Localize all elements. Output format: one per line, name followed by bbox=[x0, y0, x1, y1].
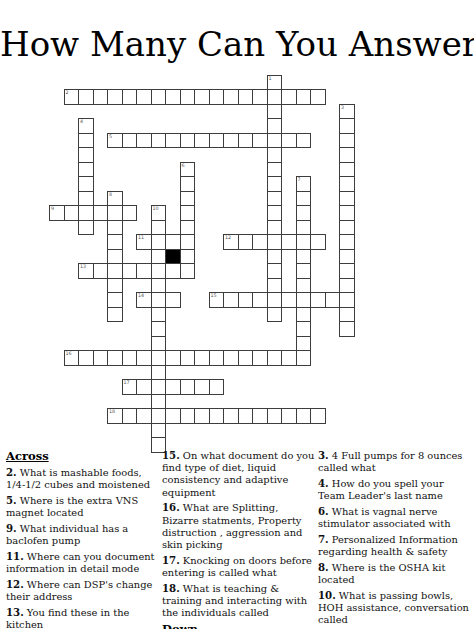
clue-number-4: 4. bbox=[318, 477, 329, 489]
cell-r1c7[interactable] bbox=[151, 89, 167, 105]
cell-r8c9[interactable] bbox=[180, 191, 196, 207]
clue-number-13: 13. bbox=[6, 606, 24, 618]
cell-number-9: 9 bbox=[51, 206, 54, 211]
cell-r13c5[interactable] bbox=[122, 263, 138, 279]
cell-r21c8[interactable] bbox=[165, 379, 181, 395]
cell-r23c13[interactable] bbox=[238, 408, 254, 424]
cell-r15c15[interactable] bbox=[267, 292, 283, 308]
cell-r12c20[interactable] bbox=[339, 249, 355, 265]
cell-r4c20[interactable] bbox=[339, 133, 355, 149]
cell-r13c6[interactable] bbox=[136, 263, 152, 279]
cell-number-4: 4 bbox=[80, 119, 83, 124]
cell-r23c10[interactable] bbox=[194, 408, 210, 424]
cell-r23c7[interactable] bbox=[151, 408, 167, 424]
cell-r4c12[interactable] bbox=[223, 133, 239, 149]
cell-r4c6[interactable] bbox=[136, 133, 152, 149]
cell-r7c9[interactable] bbox=[180, 176, 196, 192]
puzzle-title: How Many Can You Answer bbox=[0, 24, 474, 64]
cell-r10c7[interactable] bbox=[151, 220, 167, 236]
clue-18: 18. What is teaching & training and inte… bbox=[162, 582, 317, 620]
cell-r17c7[interactable] bbox=[151, 321, 167, 337]
cell-r6c2[interactable] bbox=[78, 162, 94, 178]
cell-r4c9[interactable] bbox=[180, 133, 196, 149]
cell-r19c13[interactable] bbox=[238, 350, 254, 366]
cell-r16c17[interactable] bbox=[296, 307, 312, 323]
cell-r19c6[interactable] bbox=[136, 350, 152, 366]
cell-r1c10[interactable] bbox=[194, 89, 210, 105]
cell-r5c20[interactable] bbox=[339, 147, 355, 163]
cell-r7c2[interactable] bbox=[78, 176, 94, 192]
cell-r0c15[interactable]: 1 bbox=[267, 75, 283, 91]
cell-r21c11[interactable] bbox=[209, 379, 225, 395]
cell-r19c9[interactable] bbox=[180, 350, 196, 366]
cell-r7c17[interactable]: 7 bbox=[296, 176, 312, 192]
cell-number-5: 5 bbox=[109, 134, 112, 139]
cell-r11c6[interactable]: 11 bbox=[136, 234, 152, 250]
cell-r8c17[interactable] bbox=[296, 191, 312, 207]
cell-r6c15[interactable] bbox=[267, 162, 283, 178]
cell-r19c16[interactable] bbox=[281, 350, 297, 366]
cell-r4c13[interactable] bbox=[238, 133, 254, 149]
clue-number-12: 12. bbox=[6, 578, 24, 590]
cell-r13c17[interactable] bbox=[296, 263, 312, 279]
cell-r15c17[interactable] bbox=[296, 292, 312, 308]
cell-r3c2[interactable]: 4 bbox=[78, 118, 94, 134]
cell-r13c8[interactable] bbox=[165, 263, 181, 279]
cell-r12c15[interactable] bbox=[267, 249, 283, 265]
cell-r1c6[interactable] bbox=[136, 89, 152, 105]
cell-r1c14[interactable] bbox=[252, 89, 268, 105]
cell-r16c20[interactable] bbox=[339, 307, 355, 323]
cell-r21c6[interactable] bbox=[136, 379, 152, 395]
cell-r15c11[interactable]: 15 bbox=[209, 292, 225, 308]
clue-number-5: 5. bbox=[6, 494, 17, 506]
cell-r23c16[interactable] bbox=[281, 408, 297, 424]
cell-r9c17[interactable] bbox=[296, 205, 312, 221]
cell-r11c9[interactable] bbox=[180, 234, 196, 250]
cell-r11c4[interactable] bbox=[107, 234, 123, 250]
cell-r4c8[interactable] bbox=[165, 133, 181, 149]
cell-r1c5[interactable] bbox=[122, 89, 138, 105]
cell-r10c2[interactable] bbox=[78, 220, 94, 236]
cell-r19c4[interactable] bbox=[107, 350, 123, 366]
clue-column-1: Across2. What is mashable foods, 1/4-1/2… bbox=[6, 449, 157, 629]
cell-r15c16[interactable] bbox=[281, 292, 297, 308]
cell-number-18: 18 bbox=[109, 409, 115, 414]
cell-r1c11[interactable] bbox=[209, 89, 225, 105]
cell-r23c8[interactable] bbox=[165, 408, 181, 424]
cell-r4c10[interactable] bbox=[194, 133, 210, 149]
cell-r11c13[interactable] bbox=[238, 234, 254, 250]
cell-r15c4[interactable] bbox=[107, 292, 123, 308]
clue-number-10: 10. bbox=[318, 589, 336, 601]
cell-r13c3[interactable] bbox=[93, 263, 109, 279]
cell-r23c11[interactable] bbox=[209, 408, 225, 424]
cell-r1c4[interactable] bbox=[107, 89, 123, 105]
clue-number-2: 2. bbox=[6, 466, 17, 478]
cell-r24c7[interactable] bbox=[151, 423, 167, 439]
clue-number-16: 16. bbox=[162, 501, 180, 513]
cell-r19c12[interactable] bbox=[223, 350, 239, 366]
cell-r9c7[interactable]: 10 bbox=[151, 205, 167, 221]
clue-17: 17. Knocking on doors before entering is… bbox=[162, 554, 317, 579]
cell-r19c8[interactable] bbox=[165, 350, 181, 366]
cell-r1c13[interactable] bbox=[238, 89, 254, 105]
cell-r13c7[interactable] bbox=[151, 263, 167, 279]
cell-r1c2[interactable] bbox=[78, 89, 94, 105]
cell-r14c4[interactable] bbox=[107, 278, 123, 294]
cell-r14c20[interactable] bbox=[339, 278, 355, 294]
cell-number-7: 7 bbox=[298, 177, 301, 182]
cell-r4c4[interactable]: 5 bbox=[107, 133, 123, 149]
cell-r5c2[interactable] bbox=[78, 147, 94, 163]
cell-r1c9[interactable] bbox=[180, 89, 196, 105]
cell-r4c7[interactable] bbox=[151, 133, 167, 149]
cell-r23c14[interactable] bbox=[252, 408, 268, 424]
cell-r13c20[interactable] bbox=[339, 263, 355, 279]
cell-r9c5[interactable] bbox=[122, 205, 138, 221]
cell-r11c7[interactable] bbox=[151, 234, 167, 250]
cell-number-2: 2 bbox=[66, 90, 69, 95]
clue-10: 10. What is passing bowls, HOH assistanc… bbox=[318, 589, 472, 627]
clue-2: 2. What is mashable foods, 1/4-1/2 cubes… bbox=[6, 466, 157, 491]
cell-r9c2[interactable] bbox=[78, 205, 94, 221]
cell-r12c7[interactable] bbox=[151, 249, 167, 265]
cell-r4c16[interactable] bbox=[281, 133, 297, 149]
cell-r23c15[interactable] bbox=[267, 408, 283, 424]
clue-number-7: 7. bbox=[318, 533, 329, 545]
cell-r6c20[interactable] bbox=[339, 162, 355, 178]
cell-r8c20[interactable] bbox=[339, 191, 355, 207]
cell-r22c7[interactable] bbox=[151, 394, 167, 410]
cell-r23c12[interactable] bbox=[223, 408, 239, 424]
cell-r19c1[interactable]: 16 bbox=[64, 350, 80, 366]
cell-number-14: 14 bbox=[138, 293, 144, 298]
cell-r7c20[interactable] bbox=[339, 176, 355, 192]
cell-r16c7[interactable] bbox=[151, 307, 167, 323]
cell-r1c3[interactable] bbox=[93, 89, 109, 105]
cell-r1c8[interactable] bbox=[165, 89, 181, 105]
cell-r14c17[interactable] bbox=[296, 278, 312, 294]
cell-r12c17[interactable] bbox=[296, 249, 312, 265]
clue-5: 5. Where is the extra VNS magnet located bbox=[6, 494, 157, 519]
cell-r16c15[interactable] bbox=[267, 307, 283, 323]
cell-r19c7[interactable] bbox=[151, 350, 167, 366]
cell-r11c8[interactable] bbox=[165, 234, 181, 250]
cell-r3c15[interactable] bbox=[267, 118, 283, 134]
cell-r15c13[interactable] bbox=[238, 292, 254, 308]
cell-r9c15[interactable] bbox=[267, 205, 283, 221]
cell-r9c1[interactable] bbox=[64, 205, 80, 221]
clue-16: 16. What are Splitting, Bizarre statment… bbox=[162, 501, 317, 551]
cell-r23c6[interactable] bbox=[136, 408, 152, 424]
cell-r4c11[interactable] bbox=[209, 133, 225, 149]
cell-r23c9[interactable] bbox=[180, 408, 196, 424]
cell-r8c15[interactable] bbox=[267, 191, 283, 207]
clue-number-6: 6. bbox=[318, 505, 329, 517]
cell-r16c4[interactable] bbox=[107, 307, 123, 323]
cell-r19c15[interactable] bbox=[267, 350, 283, 366]
cell-r15c7[interactable] bbox=[151, 292, 167, 308]
cell-r10c17[interactable] bbox=[296, 220, 312, 236]
cell-number-8: 8 bbox=[109, 192, 112, 197]
cell-r2c15[interactable] bbox=[267, 104, 283, 120]
clue-number-8: 8. bbox=[318, 561, 329, 573]
clue-number-3: 3. bbox=[318, 449, 329, 461]
cell-r1c16[interactable] bbox=[281, 89, 297, 105]
cell-r14c15[interactable] bbox=[267, 278, 283, 294]
cell-r15c18[interactable] bbox=[310, 292, 326, 308]
clue-3: 3. 4 Full pumps for 8 ounces called what bbox=[318, 449, 472, 474]
cell-number-10: 10 bbox=[153, 206, 159, 211]
clue-12: 12. Where can DSP's change their address bbox=[6, 578, 157, 603]
cell-number-1: 1 bbox=[269, 76, 272, 81]
cell-r4c15[interactable] bbox=[267, 133, 283, 149]
cell-r1c15[interactable] bbox=[267, 89, 283, 105]
cell-r15c14[interactable] bbox=[252, 292, 268, 308]
cell-r7c15[interactable] bbox=[267, 176, 283, 192]
cell-r18c17[interactable] bbox=[296, 336, 312, 352]
cell-number-17: 17 bbox=[124, 380, 130, 385]
cell-r12c9[interactable] bbox=[180, 249, 196, 265]
cell-r4c2[interactable] bbox=[78, 133, 94, 149]
crossword-board: 123456789101112131415161718 bbox=[49, 75, 355, 453]
cell-r19c17[interactable] bbox=[296, 350, 312, 366]
cell-r4c14[interactable] bbox=[252, 133, 268, 149]
cell-r9c3[interactable] bbox=[93, 205, 109, 221]
cell-r19c3[interactable] bbox=[93, 350, 109, 366]
clue-13: 13. You find these in the kitchen bbox=[6, 606, 157, 629]
cell-r15c6[interactable]: 14 bbox=[136, 292, 152, 308]
cell-r13c15[interactable] bbox=[267, 263, 283, 279]
clue-15: 15. On what document do you find type of… bbox=[162, 449, 317, 499]
cell-r21c10[interactable] bbox=[194, 379, 210, 395]
cell-r23c17[interactable] bbox=[296, 408, 312, 424]
cell-r11c14[interactable] bbox=[252, 234, 268, 250]
cell-r20c7[interactable] bbox=[151, 365, 167, 381]
cell-r11c15[interactable] bbox=[267, 234, 283, 250]
cell-r23c5[interactable] bbox=[122, 408, 138, 424]
cell-r5c15[interactable] bbox=[267, 147, 283, 163]
down-header: Down bbox=[162, 622, 317, 629]
cell-r19c11[interactable] bbox=[209, 350, 225, 366]
cell-r9c9[interactable] bbox=[180, 205, 196, 221]
cell-r3c20[interactable] bbox=[339, 118, 355, 134]
clue-number-18: 18. bbox=[162, 582, 180, 594]
cell-r19c14[interactable] bbox=[252, 350, 268, 366]
clue-11: 11. Where can you document information i… bbox=[6, 550, 157, 575]
cell-r6c9[interactable]: 6 bbox=[180, 162, 196, 178]
cell-r11c18[interactable] bbox=[310, 234, 326, 250]
cell-r19c2[interactable] bbox=[78, 350, 94, 366]
cell-r11c12[interactable]: 12 bbox=[223, 234, 239, 250]
clue-number-15: 15. bbox=[162, 449, 180, 461]
cell-r17c17[interactable] bbox=[296, 321, 312, 337]
clue-7: 7. Personalized Information regarding he… bbox=[318, 533, 472, 558]
cell-r14c7[interactable] bbox=[151, 278, 167, 294]
cell-r21c5[interactable]: 17 bbox=[122, 379, 138, 395]
across-header: Across bbox=[6, 449, 157, 463]
clue-number-11: 11. bbox=[6, 550, 24, 562]
cell-number-3: 3 bbox=[341, 105, 344, 110]
cell-r21c9[interactable] bbox=[180, 379, 196, 395]
clue-9: 9. What individual has a baclofen pump bbox=[6, 522, 157, 547]
cell-number-6: 6 bbox=[182, 163, 185, 168]
cell-r8c4[interactable]: 8 bbox=[107, 191, 123, 207]
clue-column-2: 15. On what document do you find type of… bbox=[162, 449, 317, 629]
cell-r17c20[interactable] bbox=[339, 321, 355, 337]
cell-r11c20[interactable] bbox=[339, 234, 355, 250]
cell-r1c1[interactable]: 2 bbox=[64, 89, 80, 105]
cell-number-15: 15 bbox=[211, 293, 217, 298]
cell-r9c0[interactable]: 9 bbox=[49, 205, 65, 221]
cell-number-13: 13 bbox=[80, 264, 86, 269]
cell-r1c18[interactable] bbox=[310, 89, 326, 105]
black-cell-r12c8 bbox=[165, 249, 181, 265]
cell-r9c20[interactable] bbox=[339, 205, 355, 221]
cell-r15c19[interactable] bbox=[325, 292, 341, 308]
cell-r10c20[interactable] bbox=[339, 220, 355, 236]
cell-r15c12[interactable] bbox=[223, 292, 239, 308]
cell-r13c9[interactable] bbox=[180, 263, 196, 279]
cell-r21c7[interactable] bbox=[151, 379, 167, 395]
cell-r4c5[interactable] bbox=[122, 133, 138, 149]
cell-number-11: 11 bbox=[138, 235, 144, 240]
cell-r12c4[interactable] bbox=[107, 249, 123, 265]
cell-r18c7[interactable] bbox=[151, 336, 167, 352]
cell-r10c9[interactable] bbox=[180, 220, 196, 236]
cell-r13c2[interactable]: 13 bbox=[78, 263, 94, 279]
cell-r10c15[interactable] bbox=[267, 220, 283, 236]
clue-column-3: 3. 4 Full pumps for 8 ounces called what… bbox=[318, 449, 472, 629]
cell-r1c12[interactable] bbox=[223, 89, 239, 105]
cell-number-16: 16 bbox=[66, 351, 72, 356]
cell-r23c18[interactable] bbox=[310, 408, 326, 424]
cell-r1c17[interactable] bbox=[296, 89, 312, 105]
cell-r10c4[interactable] bbox=[107, 220, 123, 236]
cell-number-12: 12 bbox=[225, 235, 231, 240]
cell-r13c4[interactable] bbox=[107, 263, 123, 279]
clue-4: 4. How do you spell your Team Leader's l… bbox=[318, 477, 472, 502]
clue-number-9: 9. bbox=[6, 522, 17, 534]
cell-r15c8[interactable] bbox=[165, 292, 181, 308]
cell-r19c5[interactable] bbox=[122, 350, 138, 366]
clue-6: 6. What is vagnal nerve stimulator assoc… bbox=[318, 505, 472, 530]
cell-r23c4[interactable]: 18 bbox=[107, 408, 123, 424]
cell-r9c4[interactable] bbox=[107, 205, 123, 221]
clue-8: 8. Where is the OSHA kit located bbox=[318, 561, 472, 586]
cell-r2c20[interactable]: 3 bbox=[339, 104, 355, 120]
cell-r19c10[interactable] bbox=[194, 350, 210, 366]
cell-r11c17[interactable] bbox=[296, 234, 312, 250]
cell-r11c16[interactable] bbox=[281, 234, 297, 250]
cell-r15c20[interactable] bbox=[339, 292, 355, 308]
cell-r4c17[interactable] bbox=[296, 133, 312, 149]
clue-number-17: 17. bbox=[162, 554, 180, 566]
cell-r8c2[interactable] bbox=[78, 191, 94, 207]
